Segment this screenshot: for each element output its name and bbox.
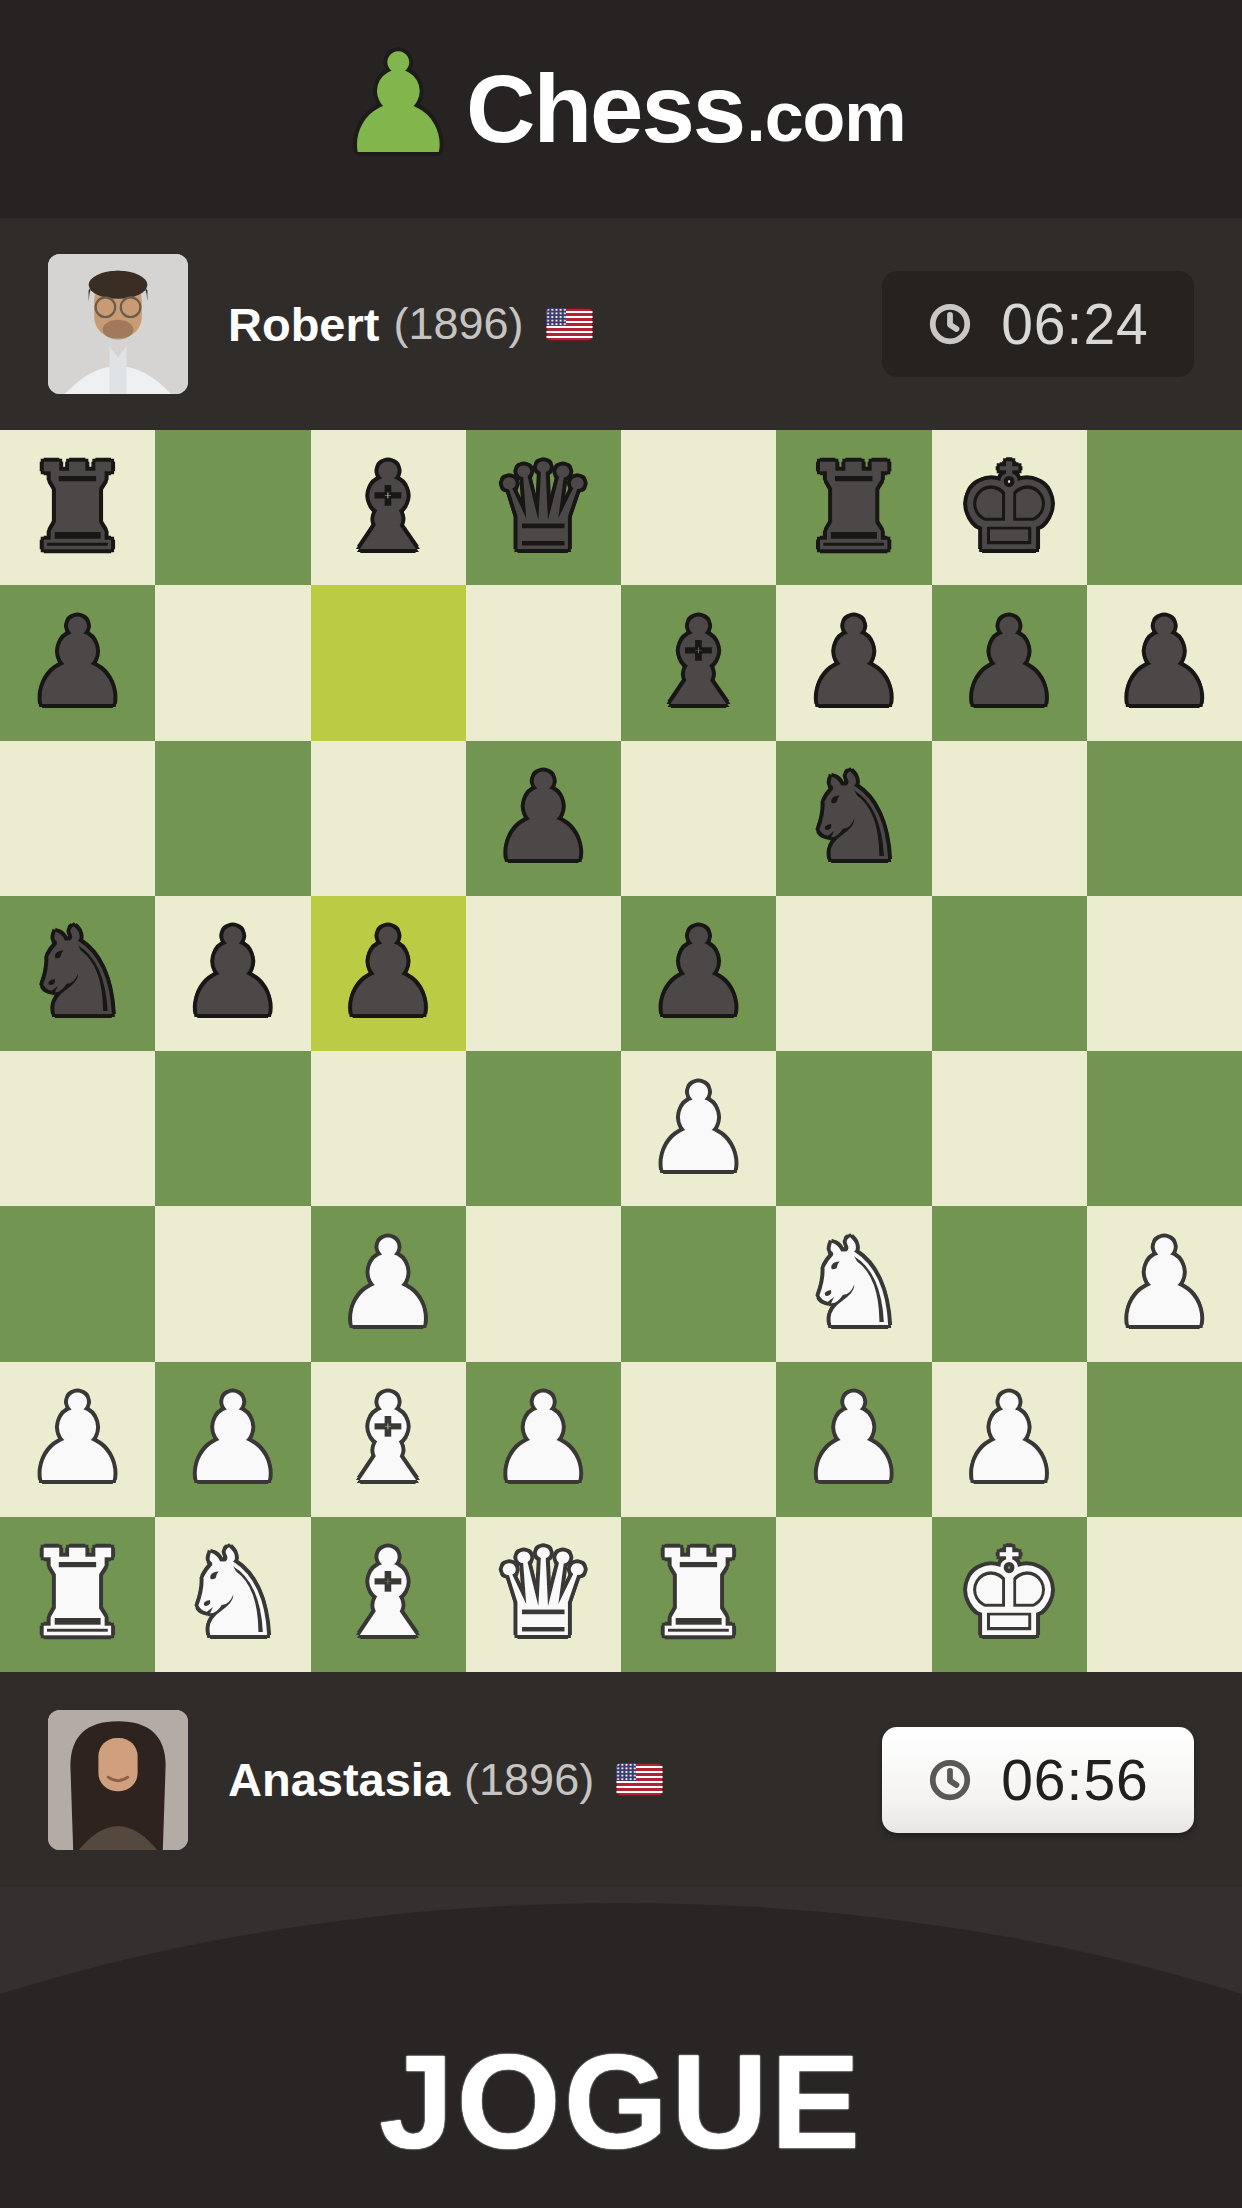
piece-black-rook: ♜ xyxy=(776,430,931,585)
square-a4[interactable] xyxy=(0,1051,155,1206)
square-g6[interactable] xyxy=(932,741,1087,896)
square-d1[interactable]: ♛ xyxy=(466,1517,621,1672)
square-g1[interactable]: ♚ xyxy=(932,1517,1087,1672)
square-g8[interactable]: ♚ xyxy=(932,430,1087,585)
square-f6[interactable]: ♞ xyxy=(776,741,931,896)
square-d7[interactable] xyxy=(466,585,621,740)
piece-black-knight: ♞ xyxy=(0,896,155,1051)
play-cta[interactable]: JOGUE xyxy=(0,2025,1242,2178)
square-h5[interactable] xyxy=(1087,896,1242,1051)
square-e5[interactable]: ♟ xyxy=(621,896,776,1051)
piece-white-pawn: ♟ xyxy=(776,1362,931,1517)
square-f2[interactable]: ♟ xyxy=(776,1362,931,1517)
square-b3[interactable] xyxy=(155,1206,310,1361)
piece-white-pawn: ♟ xyxy=(466,1362,621,1517)
player-info-bottom[interactable]: Anastasia (1896) xyxy=(228,1752,663,1807)
square-f7[interactable]: ♟ xyxy=(776,585,931,740)
piece-white-rook: ♜ xyxy=(0,1517,155,1672)
piece-white-pawn: ♟ xyxy=(0,1362,155,1517)
square-c3[interactable]: ♟ xyxy=(311,1206,466,1361)
square-a1[interactable]: ♜ xyxy=(0,1517,155,1672)
square-h7[interactable]: ♟ xyxy=(1087,585,1242,740)
piece-black-pawn: ♟ xyxy=(1087,585,1242,740)
chesscom-logo[interactable]: ♟ Chess .com xyxy=(336,40,905,178)
square-b5[interactable]: ♟ xyxy=(155,896,310,1051)
clock-icon xyxy=(927,301,973,347)
square-c1[interactable]: ♝ xyxy=(311,1517,466,1672)
piece-white-pawn: ♟ xyxy=(1087,1206,1242,1361)
piece-black-pawn: ♟ xyxy=(621,896,776,1051)
piece-black-knight: ♞ xyxy=(776,741,931,896)
player-name-top: Robert xyxy=(228,297,379,352)
clock-icon xyxy=(927,1757,973,1803)
piece-white-knight: ♞ xyxy=(776,1206,931,1361)
clock-time-top: 06:24 xyxy=(1001,291,1149,357)
square-f1[interactable] xyxy=(776,1517,931,1672)
piece-black-pawn: ♟ xyxy=(932,585,1087,740)
chess-board: ♜♝♛♜♚♟♝♟♟♟♟♞♞♟♟♟♟♟♞♟♟♟♝♟♟♟♜♞♝♛♜♚ xyxy=(0,430,1242,1672)
square-c7[interactable] xyxy=(311,585,466,740)
piece-white-queen: ♛ xyxy=(466,1517,621,1672)
logo-brand-text: Chess xyxy=(466,54,744,164)
square-b1[interactable]: ♞ xyxy=(155,1517,310,1672)
square-b6[interactable] xyxy=(155,741,310,896)
clock-top: 06:24 xyxy=(882,271,1194,377)
player-rating-top: (1896) xyxy=(393,298,523,350)
square-g2[interactable]: ♟ xyxy=(932,1362,1087,1517)
piece-black-king: ♚ xyxy=(932,430,1087,585)
square-b7[interactable] xyxy=(155,585,310,740)
square-d6[interactable]: ♟ xyxy=(466,741,621,896)
avatar-robert[interactable] xyxy=(48,254,188,394)
square-b2[interactable]: ♟ xyxy=(155,1362,310,1517)
square-a8[interactable]: ♜ xyxy=(0,430,155,585)
square-g5[interactable] xyxy=(932,896,1087,1051)
clock-bottom: 06:56 xyxy=(882,1727,1194,1833)
clock-time-bottom: 06:56 xyxy=(1001,1747,1149,1813)
piece-black-pawn: ♟ xyxy=(466,741,621,896)
square-b8[interactable] xyxy=(155,430,310,585)
square-e6[interactable] xyxy=(621,741,776,896)
square-h3[interactable]: ♟ xyxy=(1087,1206,1242,1361)
square-h8[interactable] xyxy=(1087,430,1242,585)
square-e3[interactable] xyxy=(621,1206,776,1361)
square-a3[interactable] xyxy=(0,1206,155,1361)
piece-black-rook: ♜ xyxy=(0,430,155,585)
square-c8[interactable]: ♝ xyxy=(311,430,466,585)
square-h4[interactable] xyxy=(1087,1051,1242,1206)
piece-white-bishop: ♝ xyxy=(311,1362,466,1517)
square-e1[interactable]: ♜ xyxy=(621,1517,776,1672)
square-e7[interactable]: ♝ xyxy=(621,585,776,740)
piece-white-bishop: ♝ xyxy=(311,1517,466,1672)
square-c6[interactable] xyxy=(311,741,466,896)
piece-white-knight: ♞ xyxy=(155,1517,310,1672)
square-c2[interactable]: ♝ xyxy=(311,1362,466,1517)
piece-black-pawn: ♟ xyxy=(155,896,310,1051)
player-name-bottom: Anastasia xyxy=(228,1752,450,1807)
logo-tld-text: .com xyxy=(746,77,905,157)
piece-white-pawn: ♟ xyxy=(155,1362,310,1517)
player-row-bottom: Anastasia (1896) 06:56 xyxy=(0,1672,1242,1887)
piece-white-pawn: ♟ xyxy=(621,1051,776,1206)
square-f4[interactable] xyxy=(776,1051,931,1206)
square-h6[interactable] xyxy=(1087,741,1242,896)
piece-white-king: ♚ xyxy=(932,1517,1087,1672)
square-e2[interactable] xyxy=(621,1362,776,1517)
player-rating-bottom: (1896) xyxy=(464,1754,594,1806)
square-a7[interactable]: ♟ xyxy=(0,585,155,740)
piece-black-bishop: ♝ xyxy=(311,430,466,585)
square-g3[interactable] xyxy=(932,1206,1087,1361)
app-header: ♟ Chess .com xyxy=(0,0,1242,218)
piece-black-pawn: ♟ xyxy=(0,585,155,740)
square-d8[interactable]: ♛ xyxy=(466,430,621,585)
square-d5[interactable] xyxy=(466,896,621,1051)
square-f8[interactable]: ♜ xyxy=(776,430,931,585)
piece-white-pawn: ♟ xyxy=(311,1206,466,1361)
square-c5[interactable]: ♟ xyxy=(311,896,466,1051)
square-a6[interactable] xyxy=(0,741,155,896)
green-pawn-icon: ♟ xyxy=(336,36,460,174)
square-d3[interactable] xyxy=(466,1206,621,1361)
piece-black-queen: ♛ xyxy=(466,430,621,585)
square-e4[interactable]: ♟ xyxy=(621,1051,776,1206)
square-d2[interactable]: ♟ xyxy=(466,1362,621,1517)
us-flag-icon xyxy=(546,308,593,341)
piece-white-pawn: ♟ xyxy=(932,1362,1087,1517)
piece-black-pawn: ♟ xyxy=(311,896,466,1051)
player-row-top: Robert (1896) 06:24 xyxy=(0,218,1242,430)
square-d4[interactable] xyxy=(466,1051,621,1206)
square-g4[interactable] xyxy=(932,1051,1087,1206)
square-g7[interactable]: ♟ xyxy=(932,585,1087,740)
square-h1[interactable] xyxy=(1087,1517,1242,1672)
footer: JOGUE xyxy=(0,1887,1242,2208)
square-h2[interactable] xyxy=(1087,1362,1242,1517)
square-a5[interactable]: ♞ xyxy=(0,896,155,1051)
piece-black-pawn: ♟ xyxy=(776,585,931,740)
square-a2[interactable]: ♟ xyxy=(0,1362,155,1517)
square-e8[interactable] xyxy=(621,430,776,585)
square-c4[interactable] xyxy=(311,1051,466,1206)
square-b4[interactable] xyxy=(155,1051,310,1206)
piece-black-bishop: ♝ xyxy=(621,585,776,740)
us-flag-icon xyxy=(616,1763,663,1796)
square-f3[interactable]: ♞ xyxy=(776,1206,931,1361)
piece-white-rook: ♜ xyxy=(621,1517,776,1672)
square-f5[interactable] xyxy=(776,896,931,1051)
avatar-anastasia[interactable] xyxy=(48,1710,188,1850)
player-info-top[interactable]: Robert (1896) xyxy=(228,297,593,352)
